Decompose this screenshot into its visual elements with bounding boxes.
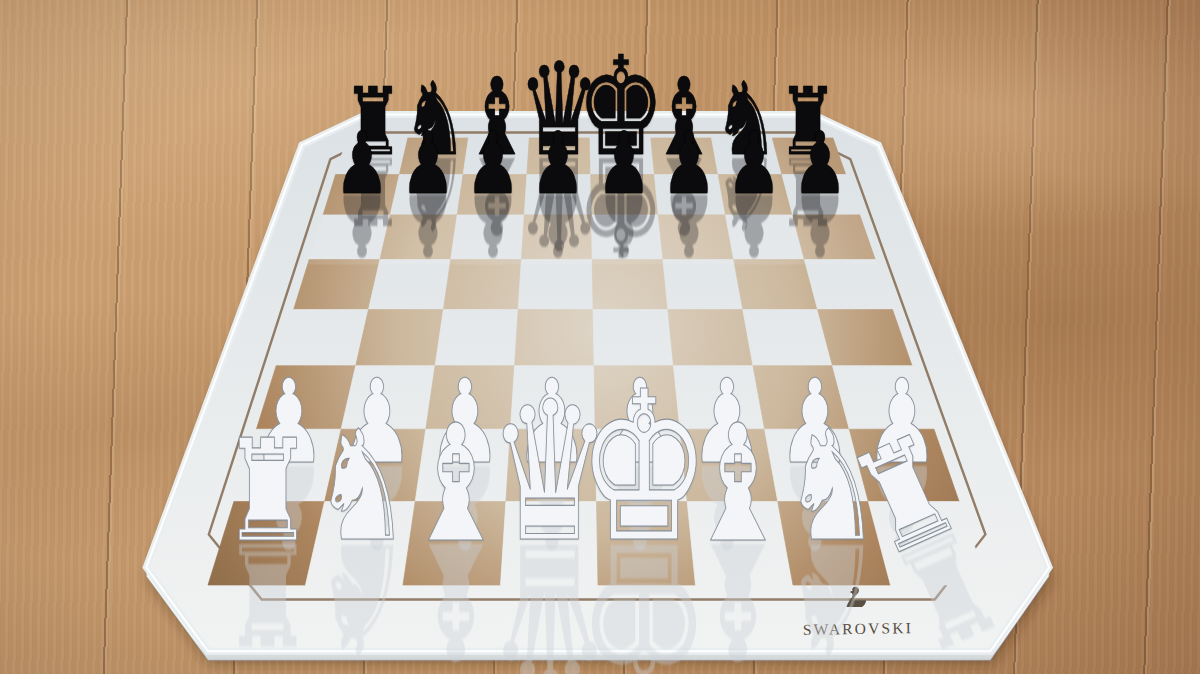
pieces-layer: ♜♜♞♞♝♝♛♛♚♚♝♝♞♞♜♜♟♟♟♟♟♟♟♟♟♟♟♟♟♟♟♟♟♟♟♟♟♟♟♟… [0, 0, 1200, 674]
piece-black-pawn-a7[interactable]: ♟ [334, 120, 390, 206]
piece-white-rook-a1[interactable]: ♜ [223, 421, 314, 562]
piece-black-pawn-e7[interactable]: ♟ [596, 120, 652, 206]
piece-white-knight-b1[interactable]: ♞ [313, 411, 411, 563]
piece-black-pawn-c7[interactable]: ♟ [465, 120, 521, 206]
piece-black-pawn-b7[interactable]: ♟ [400, 120, 456, 206]
piece-black-pawn-h7[interactable]: ♟ [792, 120, 848, 206]
photo-stage: SWAROVSKI ♜♜♞♞♝♝♛♛♚♚♝♝♞♞♜♜♟♟♟♟♟♟♟♟♟♟♟♟♟♟… [0, 0, 1200, 674]
piece-black-pawn-g7[interactable]: ♟ [727, 120, 783, 206]
piece-black-pawn-f7[interactable]: ♟ [661, 120, 717, 206]
piece-white-bishop-f1[interactable]: ♝ [686, 402, 791, 564]
piece-black-pawn-d7[interactable]: ♟ [531, 120, 587, 206]
